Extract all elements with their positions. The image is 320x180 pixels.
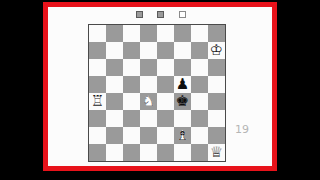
square-f3 bbox=[174, 110, 191, 127]
square-g8 bbox=[191, 25, 208, 42]
square-g5 bbox=[191, 76, 208, 93]
square-d2 bbox=[140, 127, 157, 144]
square-h5 bbox=[208, 76, 225, 93]
square-c8 bbox=[123, 25, 140, 42]
piece-white-knight-fill: ♞ bbox=[140, 93, 157, 110]
progress-square-3[interactable] bbox=[179, 11, 186, 18]
square-b4 bbox=[106, 93, 123, 110]
square-a4: ♜♖ bbox=[89, 93, 106, 110]
square-d6 bbox=[140, 59, 157, 76]
square-b5 bbox=[106, 76, 123, 93]
square-d3 bbox=[140, 110, 157, 127]
square-g2 bbox=[191, 127, 208, 144]
square-h6 bbox=[208, 59, 225, 76]
square-f2: ♝♗ bbox=[174, 127, 191, 144]
square-h2 bbox=[208, 127, 225, 144]
square-f5: ♟ bbox=[174, 76, 191, 93]
square-d7 bbox=[140, 42, 157, 59]
square-e5 bbox=[157, 76, 174, 93]
square-f1 bbox=[174, 144, 191, 161]
square-a3 bbox=[89, 110, 106, 127]
square-e1 bbox=[157, 144, 174, 161]
square-f7 bbox=[174, 42, 191, 59]
square-h4 bbox=[208, 93, 225, 110]
square-b8 bbox=[106, 25, 123, 42]
square-b7 bbox=[106, 42, 123, 59]
piece-white-king-fill: ♚ bbox=[208, 42, 225, 59]
square-b3 bbox=[106, 110, 123, 127]
square-h1: ♛♕ bbox=[208, 144, 225, 161]
square-g7 bbox=[191, 42, 208, 59]
piece-white-knight: ♘ bbox=[140, 93, 157, 110]
chess-board: ♚♔♟♜♖♞♘♚♝♗♛♕ bbox=[88, 24, 226, 162]
square-c2 bbox=[123, 127, 140, 144]
square-b1 bbox=[106, 144, 123, 161]
square-c7 bbox=[123, 42, 140, 59]
square-c6 bbox=[123, 59, 140, 76]
square-e6 bbox=[157, 59, 174, 76]
square-g3 bbox=[191, 110, 208, 127]
square-e3 bbox=[157, 110, 174, 127]
square-d8 bbox=[140, 25, 157, 42]
square-g6 bbox=[191, 59, 208, 76]
square-a6 bbox=[89, 59, 106, 76]
square-b2 bbox=[106, 127, 123, 144]
square-g1 bbox=[191, 144, 208, 161]
piece-white-bishop-fill: ♝ bbox=[174, 127, 191, 144]
square-a8 bbox=[89, 25, 106, 42]
square-e8 bbox=[157, 25, 174, 42]
progress-square-1[interactable] bbox=[136, 11, 143, 18]
square-d4: ♞♘ bbox=[140, 93, 157, 110]
square-h7: ♚♔ bbox=[208, 42, 225, 59]
square-h3 bbox=[208, 110, 225, 127]
square-a1 bbox=[89, 144, 106, 161]
piece-white-queen-fill: ♛ bbox=[208, 144, 225, 161]
square-a7 bbox=[89, 42, 106, 59]
piece-white-bishop: ♗ bbox=[174, 127, 191, 144]
square-e2 bbox=[157, 127, 174, 144]
progress-square-2[interactable] bbox=[157, 11, 164, 18]
piece-black-pawn: ♟ bbox=[174, 76, 191, 93]
square-f4: ♚ bbox=[174, 93, 191, 110]
piece-white-rook-fill: ♜ bbox=[89, 93, 106, 110]
square-c3 bbox=[123, 110, 140, 127]
piece-white-king: ♔ bbox=[208, 42, 225, 59]
square-a2 bbox=[89, 127, 106, 144]
piece-white-rook: ♖ bbox=[89, 93, 106, 110]
square-c5 bbox=[123, 76, 140, 93]
piece-black-king: ♚ bbox=[174, 93, 191, 110]
square-c4 bbox=[123, 93, 140, 110]
square-d1 bbox=[140, 144, 157, 161]
piece-white-queen: ♕ bbox=[208, 144, 225, 161]
square-e7 bbox=[157, 42, 174, 59]
square-e4 bbox=[157, 93, 174, 110]
video-frame: ♚♔♟♜♖♞♘♚♝♗♛♕ 19 bbox=[0, 0, 320, 180]
square-f6 bbox=[174, 59, 191, 76]
square-h8 bbox=[208, 25, 225, 42]
square-g4 bbox=[191, 93, 208, 110]
square-c1 bbox=[123, 144, 140, 161]
puzzle-number: 19 bbox=[235, 123, 259, 136]
square-d5 bbox=[140, 76, 157, 93]
square-a5 bbox=[89, 76, 106, 93]
square-b6 bbox=[106, 59, 123, 76]
square-f8 bbox=[174, 25, 191, 42]
